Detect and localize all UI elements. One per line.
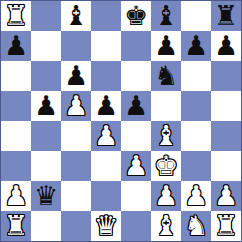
square-a5[interactable] [1,91,31,121]
square-b1[interactable] [31,211,61,241]
square-e7[interactable] [121,31,151,61]
square-d7[interactable] [91,31,121,61]
square-e6[interactable] [121,61,151,91]
square-f5[interactable] [151,91,181,121]
square-b5[interactable]: ♟ [31,91,61,121]
black-pawn[interactable]: ♟ [154,31,178,61]
square-h4[interactable] [211,121,241,151]
square-f4[interactable]: ♝ [151,121,181,151]
white-rook[interactable]: ♜ [4,211,28,241]
white-knight[interactable]: ♞ [184,211,208,241]
square-b3[interactable] [31,151,61,181]
chess-board: ♜♝♚♝♜♟♟♟♟♟♞♟♟♟♟♟♝♟♚♟♛♟♟♟♜♛♝♞♜ [0,0,242,242]
square-e1[interactable] [121,211,151,241]
white-rook[interactable]: ♜ [214,211,238,241]
square-d2[interactable] [91,181,121,211]
square-e8[interactable]: ♚ [121,1,151,31]
square-b6[interactable] [31,61,61,91]
square-g8[interactable] [181,1,211,31]
black-pawn[interactable]: ♟ [4,31,28,61]
square-c3[interactable] [61,151,91,181]
black-pawn[interactable]: ♟ [64,61,88,91]
square-h3[interactable] [211,151,241,181]
square-c2[interactable] [61,181,91,211]
square-g2[interactable]: ♟ [181,181,211,211]
square-e3[interactable]: ♟ [121,151,151,181]
square-d5[interactable]: ♟ [91,91,121,121]
square-c4[interactable] [61,121,91,151]
square-a4[interactable] [1,121,31,151]
white-pawn[interactable]: ♟ [64,91,88,121]
black-pawn[interactable]: ♟ [94,91,118,121]
square-h5[interactable] [211,91,241,121]
white-pawn[interactable]: ♟ [94,121,118,151]
black-queen[interactable]: ♛ [34,181,58,211]
square-c8[interactable]: ♝ [61,1,91,31]
square-c1[interactable] [61,211,91,241]
square-h8[interactable]: ♜ [211,1,241,31]
square-f1[interactable]: ♝ [151,211,181,241]
square-d3[interactable] [91,151,121,181]
black-bishop[interactable]: ♝ [64,1,88,31]
white-pawn[interactable]: ♟ [154,181,178,211]
white-king[interactable]: ♚ [154,151,178,181]
square-b2[interactable]: ♛ [31,181,61,211]
white-queen[interactable]: ♛ [94,211,118,241]
square-g7[interactable]: ♟ [181,31,211,61]
square-d1[interactable]: ♛ [91,211,121,241]
square-h7[interactable]: ♟ [211,31,241,61]
square-c6[interactable]: ♟ [61,61,91,91]
black-pawn[interactable]: ♟ [214,31,238,61]
square-g5[interactable] [181,91,211,121]
square-d8[interactable] [91,1,121,31]
square-d6[interactable] [91,61,121,91]
square-g1[interactable]: ♞ [181,211,211,241]
black-pawn[interactable]: ♟ [124,91,148,121]
white-pawn[interactable]: ♟ [184,181,208,211]
square-a7[interactable]: ♟ [1,31,31,61]
square-b4[interactable] [31,121,61,151]
square-f3[interactable]: ♚ [151,151,181,181]
square-e5[interactable]: ♟ [121,91,151,121]
white-bishop[interactable]: ♝ [154,211,178,241]
black-rook[interactable]: ♜ [214,1,238,31]
square-a2[interactable]: ♟ [1,181,31,211]
square-g3[interactable] [181,151,211,181]
square-e4[interactable] [121,121,151,151]
square-f7[interactable]: ♟ [151,31,181,61]
square-a8[interactable]: ♜ [1,1,31,31]
black-king[interactable]: ♚ [124,1,148,31]
white-rook[interactable]: ♜ [4,1,28,31]
square-d4[interactable]: ♟ [91,121,121,151]
white-pawn[interactable]: ♟ [4,181,28,211]
square-b7[interactable] [31,31,61,61]
square-g4[interactable] [181,121,211,151]
black-knight[interactable]: ♞ [154,61,178,91]
square-f6[interactable]: ♞ [151,61,181,91]
black-pawn[interactable]: ♟ [34,91,58,121]
square-a3[interactable] [1,151,31,181]
square-c7[interactable] [61,31,91,61]
white-pawn[interactable]: ♟ [124,151,148,181]
square-a1[interactable]: ♜ [1,211,31,241]
square-c5[interactable]: ♟ [61,91,91,121]
square-f8[interactable]: ♝ [151,1,181,31]
square-g6[interactable] [181,61,211,91]
square-h6[interactable] [211,61,241,91]
square-h2[interactable]: ♟ [211,181,241,211]
square-h1[interactable]: ♜ [211,211,241,241]
square-e2[interactable] [121,181,151,211]
square-a6[interactable] [1,61,31,91]
square-f2[interactable]: ♟ [151,181,181,211]
black-pawn[interactable]: ♟ [184,31,208,61]
white-pawn[interactable]: ♟ [214,181,238,211]
white-bishop[interactable]: ♝ [154,121,178,151]
square-b8[interactable] [31,1,61,31]
black-bishop[interactable]: ♝ [154,1,178,31]
